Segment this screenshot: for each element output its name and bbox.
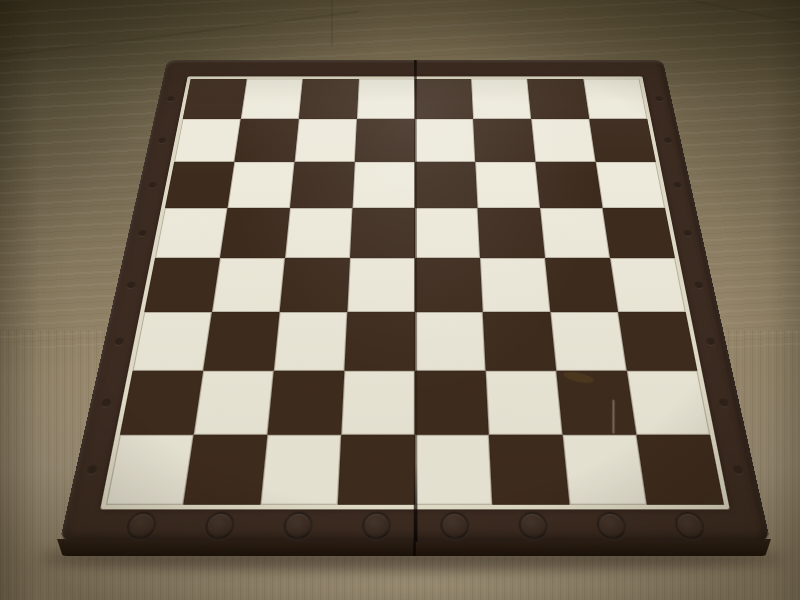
embossed-piece-emblem-icon [203,512,235,540]
embossed-dot-mark [673,182,682,188]
embossed-dot-mark [158,137,166,142]
square-r6c3[interactable] [341,371,415,435]
embossed-dot-mark [138,229,147,235]
square-r0c1[interactable] [241,79,303,119]
square-r6c7[interactable] [627,371,710,435]
square-r5c1[interactable] [203,312,279,371]
square-r6c5[interactable] [486,371,563,435]
square-r1c7[interactable] [589,119,656,162]
square-r4c7[interactable] [610,258,686,312]
embossed-piece-emblem-icon [282,512,313,540]
embossed-piece-emblem-icon [361,512,391,540]
embossed-piece-emblem-icon [517,512,548,540]
square-r7c1[interactable] [183,435,267,505]
square-r4c5[interactable] [480,258,550,312]
embossed-dot-mark [87,465,98,474]
square-r7c3[interactable] [338,435,415,505]
square-r6c2[interactable] [267,371,344,435]
square-r4c0[interactable] [144,258,220,312]
embossed-dot-mark [694,281,704,288]
square-r0c7[interactable] [583,79,647,119]
embossed-dot-mark [683,229,692,235]
embossed-dot-mark [655,96,663,101]
embossed-piece-emblem-icon [439,512,469,540]
square-r2c4[interactable] [415,162,478,208]
square-r6c0[interactable] [120,371,203,435]
embossed-dot-mark [718,398,729,406]
square-r2c3[interactable] [352,162,415,208]
square-r1c5[interactable] [473,119,535,162]
square-r7c5[interactable] [489,435,570,505]
square-r7c6[interactable] [563,435,647,505]
square-r1c4[interactable] [415,119,475,162]
fold-seam [413,60,417,542]
embossed-dot-mark [167,96,175,101]
square-r5c4[interactable] [415,312,486,371]
square-r0c5[interactable] [471,79,531,119]
square-r0c4[interactable] [415,79,473,119]
square-r6c4[interactable] [415,371,489,435]
embossed-dot-mark [148,182,157,188]
embossed-piece-emblem-icon [124,512,158,540]
square-r3c2[interactable] [285,208,352,258]
embossed-dot-mark [706,337,716,344]
square-r5c2[interactable] [274,312,348,371]
photo-scene [0,0,800,600]
square-r4c2[interactable] [280,258,350,312]
square-r2c6[interactable] [535,162,602,208]
square-r5c7[interactable] [618,312,697,371]
square-r1c1[interactable] [234,119,298,162]
square-r2c7[interactable] [596,162,665,208]
square-r3c1[interactable] [220,208,290,258]
square-r0c3[interactable] [357,79,415,119]
square-r3c4[interactable] [415,208,480,258]
square-r2c1[interactable] [227,162,294,208]
embossed-dot-mark [101,398,112,406]
square-r7c2[interactable] [260,435,341,505]
embossed-dot-mark [114,337,124,344]
embossed-piece-emblem-icon [595,512,627,540]
square-r6c1[interactable] [194,371,274,435]
square-r4c6[interactable] [545,258,618,312]
floor-plank-seam [331,0,333,46]
square-r0c2[interactable] [299,79,359,119]
square-r5c0[interactable] [133,312,212,371]
square-r0c6[interactable] [527,79,589,119]
square-r1c0[interactable] [174,119,241,162]
square-r7c4[interactable] [415,435,492,505]
square-r2c2[interactable] [290,162,355,208]
square-r1c6[interactable] [531,119,595,162]
chess-board[interactable] [60,60,771,542]
surface-scratch [612,400,614,434]
square-r3c3[interactable] [350,208,415,258]
square-r3c7[interactable] [603,208,675,258]
square-r5c6[interactable] [550,312,626,371]
square-r0c0[interactable] [183,79,247,119]
square-r3c5[interactable] [478,208,545,258]
square-r3c0[interactable] [155,208,227,258]
square-r3c6[interactable] [540,208,610,258]
embossed-piece-emblem-icon [672,512,706,540]
embossed-dot-mark [664,137,672,142]
square-r7c7[interactable] [636,435,724,505]
embossed-dot-mark [732,465,743,474]
square-r7c0[interactable] [106,435,194,505]
square-r4c4[interactable] [415,258,483,312]
square-r4c3[interactable] [347,258,415,312]
square-r2c5[interactable] [475,162,540,208]
square-r5c5[interactable] [483,312,557,371]
square-r6c6[interactable] [556,371,636,435]
square-r1c3[interactable] [355,119,415,162]
square-r2c0[interactable] [165,162,234,208]
square-r5c3[interactable] [344,312,415,371]
board-frame [60,60,771,542]
square-r4c1[interactable] [212,258,285,312]
square-r1c2[interactable] [295,119,357,162]
embossed-dot-mark [127,281,137,288]
